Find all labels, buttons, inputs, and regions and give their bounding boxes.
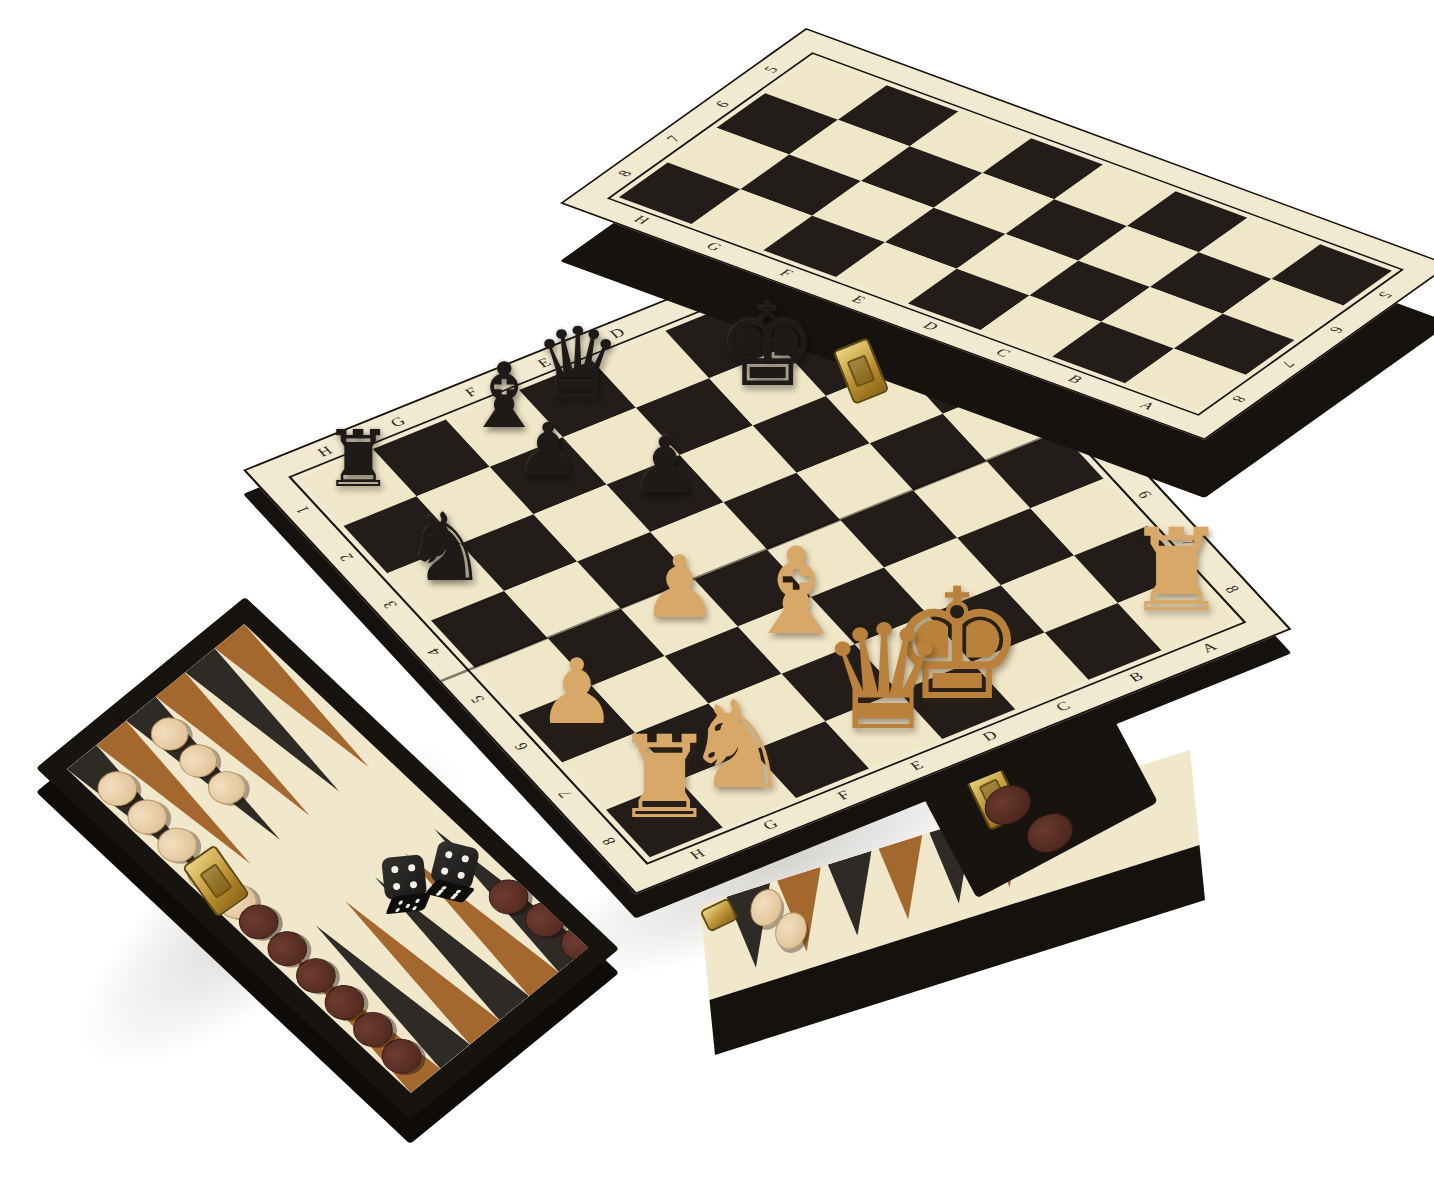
coordinate-label: 1 xyxy=(292,504,314,516)
clasp-slot xyxy=(199,863,233,899)
coordinate-label: G xyxy=(387,414,409,430)
die-pip xyxy=(449,896,456,900)
coordinate-label: H xyxy=(687,846,709,862)
coordinate-label: 7 xyxy=(554,788,576,800)
coordinate-label: F xyxy=(834,788,853,803)
coordinate-label: E xyxy=(907,758,927,773)
die-pip xyxy=(415,899,421,904)
coordinate-label: G xyxy=(760,817,782,833)
coordinate-label: H xyxy=(314,444,336,460)
die-1 xyxy=(381,854,431,916)
coordinate-label: A xyxy=(1198,640,1220,656)
coordinate-label: G xyxy=(702,240,725,253)
coordinate-label: 7 xyxy=(1277,359,1299,369)
die-pip xyxy=(394,908,400,913)
coordinate-label: 5 xyxy=(467,693,489,705)
coordinate-label: E xyxy=(534,355,554,370)
backgammon-point-right-3 xyxy=(828,851,880,943)
coordinate-label: 5 xyxy=(761,64,783,74)
die-pip xyxy=(445,851,453,859)
coordinate-label: 3 xyxy=(379,598,401,610)
coordinate-label: 8 xyxy=(614,168,636,178)
coordinate-label: E xyxy=(847,294,869,306)
coordinate-label: B xyxy=(1126,669,1147,685)
coordinate-label: 5 xyxy=(1374,289,1396,299)
die-pip xyxy=(461,855,469,863)
coordinate-label: 8 xyxy=(1228,394,1250,404)
die-pip xyxy=(397,900,403,905)
coordinate-label: 6 xyxy=(1325,324,1347,334)
backgammon-point-right-4 xyxy=(879,835,931,927)
die-pip xyxy=(410,881,418,889)
coordinate-label: 8 xyxy=(598,835,620,847)
coordinate-label: 2 xyxy=(335,551,357,563)
die-pip xyxy=(393,883,401,891)
die-pip xyxy=(441,867,449,875)
coordinate-label: 6 xyxy=(712,99,734,109)
die-pip xyxy=(457,871,465,879)
coordinate-label: 8 xyxy=(1220,583,1242,595)
coordinate-label: 6 xyxy=(1133,489,1155,501)
coordinate-label: F xyxy=(776,267,797,279)
coordinate-label: D xyxy=(919,320,942,333)
die-pip xyxy=(391,866,399,874)
coordinate-label: C xyxy=(1053,699,1074,715)
coordinate-label: B xyxy=(1064,373,1087,386)
coordinate-label: A xyxy=(1136,399,1159,412)
coordinate-label: 7 xyxy=(663,134,685,144)
coordinate-label: 6 xyxy=(510,740,532,752)
coordinate-label: H xyxy=(630,214,653,227)
coordinate-label: F xyxy=(462,385,481,400)
die-pip xyxy=(435,892,442,896)
coordinate-label: C xyxy=(992,346,1015,359)
clasp-slot xyxy=(847,354,875,387)
coordinate-label: 4 xyxy=(423,646,445,658)
die-pip xyxy=(405,903,411,908)
coordinate-label: D xyxy=(979,728,1001,744)
die-pip xyxy=(408,864,416,872)
die-pip xyxy=(412,906,418,911)
coordinate-label: D xyxy=(607,325,629,341)
coordinate-label: 7 xyxy=(1177,536,1199,548)
